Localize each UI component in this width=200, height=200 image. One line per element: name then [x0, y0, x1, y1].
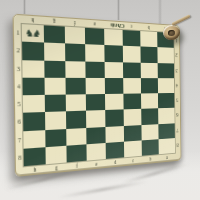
rank-label: 2: [175, 52, 178, 60]
file-label: e: [90, 22, 100, 27]
square-e1: [85, 28, 104, 45]
file-label: d: [110, 160, 120, 165]
square-e4: [86, 78, 105, 95]
rank-label: 5: [17, 100, 21, 109]
square-c7: [124, 125, 142, 142]
file-label: a: [163, 155, 171, 160]
cloth-wrinkle: [121, 162, 189, 184]
file-label: h: [27, 18, 39, 23]
square-d7: [105, 126, 124, 143]
square-h8: [24, 147, 46, 166]
photo-scene: ♞♞ hgfedcba hgfedcba 12345678 12345678 C…: [0, 0, 200, 200]
square-c4: [123, 78, 141, 94]
square-f8: [66, 144, 86, 162]
rank-label: 8: [176, 141, 179, 149]
square-d8: [106, 141, 125, 159]
square-c5: [123, 93, 141, 109]
square-a4: [158, 78, 174, 93]
backdrop-fold: [158, 0, 162, 26]
square-d2: [104, 45, 123, 62]
file-label: h: [29, 167, 40, 173]
square-e3: [85, 61, 104, 78]
square-f7: [66, 127, 86, 145]
rank-label: 6: [17, 117, 21, 126]
square-f1: [65, 27, 85, 45]
square-h2: [22, 42, 44, 60]
rank-label: 3: [175, 67, 178, 75]
square-a3: [158, 63, 174, 78]
square-h5: [23, 95, 45, 113]
square-d5: [105, 94, 124, 111]
rank-label: 6: [176, 111, 179, 119]
grommet-pin: [163, 25, 180, 40]
square-g6: [45, 112, 66, 130]
chess-board: ♞♞ hgfedcba hgfedcba 12345678 12345678 C…: [13, 14, 182, 177]
square-d4: [105, 78, 124, 94]
rank-label: 2: [16, 46, 20, 55]
rank-label: 5: [176, 96, 179, 104]
square-g7: [45, 129, 66, 147]
square-a6: [158, 108, 174, 124]
square-g3: [44, 60, 65, 77]
square-g5: [45, 95, 66, 113]
file-label: f: [70, 21, 81, 26]
square-c3: [123, 62, 141, 78]
square-g4: [45, 78, 66, 95]
square-d1: [104, 29, 123, 46]
square-b4: [141, 78, 158, 94]
square-c6: [124, 109, 142, 125]
square-f2: [65, 44, 85, 61]
file-label: g: [49, 19, 60, 24]
rank-label: 4: [175, 82, 178, 90]
square-b1: [140, 31, 157, 47]
square-h4: [23, 77, 45, 95]
square-g1: [44, 25, 65, 43]
square-c8: [124, 140, 142, 157]
square-f5: [66, 94, 86, 111]
cloth-wrinkle: [58, 180, 147, 199]
square-a7: [158, 123, 174, 139]
square-b7: [141, 124, 158, 140]
knight-icon: ♞: [32, 29, 41, 39]
square-f3: [65, 61, 85, 78]
square-a8: [159, 138, 175, 154]
nail-icon: [171, 14, 190, 25]
board-grid: ♞♞: [22, 24, 175, 166]
grommet-hole: [168, 30, 175, 36]
square-h7: [23, 130, 45, 149]
rank-labels-right: 12345678: [174, 33, 181, 153]
file-label: e: [91, 161, 101, 166]
board-mat: ♞♞ hgfedcba hgfedcba 12345678 12345678 C…: [13, 14, 182, 177]
square-h3: [22, 60, 44, 78]
file-label: b: [146, 156, 155, 161]
square-c1: [123, 30, 141, 47]
square-h1: ♞♞: [22, 24, 44, 43]
rank-label: 1: [16, 28, 20, 38]
file-label: b: [144, 26, 153, 31]
square-b2: [140, 47, 157, 63]
square-a2: [157, 47, 173, 63]
square-e7: [86, 126, 105, 144]
rank-label: 7: [17, 135, 21, 145]
rank-label: 7: [176, 126, 179, 134]
square-a5: [158, 93, 174, 109]
square-d3: [105, 61, 124, 77]
backdrop-fold: [117, 0, 120, 20]
rank-label: 4: [17, 82, 21, 91]
rank-label: 8: [18, 153, 22, 163]
square-f4: [66, 78, 86, 95]
square-b5: [141, 93, 158, 109]
square-b8: [142, 139, 159, 156]
square-b3: [141, 62, 158, 78]
file-label: c: [129, 158, 138, 163]
square-b6: [141, 108, 158, 124]
square-e8: [86, 143, 105, 161]
square-d6: [105, 110, 124, 127]
square-h6: [23, 112, 45, 130]
square-e6: [86, 110, 105, 127]
square-e5: [86, 94, 105, 111]
square-g8: [45, 145, 66, 164]
square-e2: [85, 44, 104, 61]
square-c2: [123, 46, 141, 62]
backdrop-fold: [23, 0, 26, 14]
square-f6: [66, 111, 86, 129]
file-label: f: [72, 163, 82, 168]
square-g2: [44, 43, 65, 61]
rank-label: 3: [16, 64, 20, 73]
corner-logo: ♞♞: [22, 24, 44, 43]
file-label: g: [51, 165, 62, 170]
